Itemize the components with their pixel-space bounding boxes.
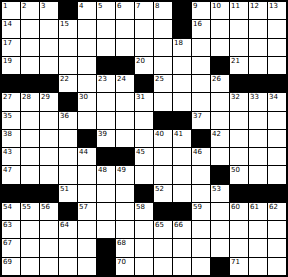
white-cell[interactable]: 36 [59,112,77,129]
black-cell [173,20,191,37]
black-cell [249,185,267,202]
white-cell[interactable] [173,93,191,110]
clue-number: 16 [193,20,202,28]
white-cell[interactable] [116,20,134,37]
clue-number: 56 [41,203,50,211]
black-cell [211,57,229,74]
white-cell[interactable] [97,20,115,37]
white-cell[interactable]: 22 [59,75,77,92]
clue-number: 55 [22,203,31,211]
white-cell[interactable]: 5 [97,2,115,19]
clue-number: 14 [3,20,12,28]
white-cell[interactable] [21,148,39,165]
clue-number: 39 [98,130,107,138]
white-cell[interactable]: 46 [192,148,210,165]
white-cell[interactable] [135,112,153,129]
white-cell[interactable] [135,239,153,256]
white-cell[interactable] [230,39,248,56]
white-cell[interactable] [249,57,267,74]
black-cell [154,112,172,129]
clue-number: 46 [193,148,202,156]
white-cell[interactable]: 49 [116,166,134,183]
white-cell[interactable] [268,57,286,74]
clue-number: 67 [3,239,12,247]
white-cell[interactable] [211,112,229,129]
white-cell[interactable] [59,57,77,74]
white-cell[interactable] [230,112,248,129]
white-cell[interactable] [21,130,39,147]
clue-number: 29 [41,93,50,101]
white-cell[interactable] [154,148,172,165]
white-cell[interactable]: 35 [2,112,20,129]
clue-number: 34 [269,93,278,101]
white-cell[interactable] [59,148,77,165]
white-cell[interactable] [40,166,58,183]
white-cell[interactable] [40,258,58,275]
white-cell[interactable] [249,112,267,129]
crossword-grid: 1234567891011121314151617181920212223242… [0,0,288,277]
white-cell[interactable] [249,39,267,56]
white-cell[interactable] [211,239,229,256]
white-cell[interactable] [173,258,191,275]
white-cell[interactable] [135,258,153,275]
white-cell[interactable]: 70 [116,258,134,275]
white-cell[interactable]: 65 [154,221,172,238]
clue-number: 63 [3,221,12,229]
white-cell[interactable] [97,39,115,56]
white-cell[interactable]: 55 [21,203,39,220]
white-cell[interactable]: 4 [78,2,96,19]
white-cell[interactable] [154,39,172,56]
clue-number: 44 [79,148,88,156]
white-cell[interactable] [59,239,77,256]
white-cell[interactable] [249,258,267,275]
white-cell[interactable] [21,166,39,183]
white-cell[interactable]: 52 [154,185,172,202]
clue-number: 22 [60,75,69,83]
clue-number: 54 [3,203,12,211]
white-cell[interactable]: 31 [135,93,153,110]
white-cell[interactable]: 50 [230,166,248,183]
clue-number: 12 [250,2,259,10]
black-cell [40,185,58,202]
white-cell[interactable]: 7 [135,2,153,19]
clue-number: 3 [41,2,45,10]
white-cell[interactable] [154,93,172,110]
clue-number: 4 [79,2,83,10]
white-cell[interactable] [97,203,115,220]
white-cell[interactable]: 34 [268,93,286,110]
clue-number: 20 [136,57,145,65]
clue-number: 23 [98,75,107,83]
white-cell[interactable] [249,239,267,256]
white-cell[interactable]: 61 [249,203,267,220]
white-cell[interactable] [116,93,134,110]
clue-number: 27 [3,93,12,101]
white-cell[interactable]: 30 [78,93,96,110]
white-cell[interactable] [192,185,210,202]
white-cell[interactable] [268,166,286,183]
clue-number: 49 [117,166,126,174]
clue-number: 9 [193,2,197,10]
white-cell[interactable]: 53 [211,185,229,202]
black-cell [2,75,20,92]
white-cell[interactable] [59,39,77,56]
white-cell[interactable] [116,203,134,220]
clue-number: 8 [155,2,159,10]
black-cell [116,148,134,165]
white-cell[interactable] [268,239,286,256]
white-cell[interactable]: 13 [268,2,286,19]
clue-number: 11 [231,2,240,10]
white-cell[interactable] [192,166,210,183]
black-cell [211,258,229,275]
white-cell[interactable] [192,39,210,56]
white-cell[interactable] [230,20,248,37]
white-cell[interactable] [211,221,229,238]
white-cell[interactable]: 19 [2,57,20,74]
white-cell[interactable] [211,203,229,220]
clue-number: 25 [155,75,164,83]
clue-number: 1 [3,2,7,10]
black-cell [211,166,229,183]
white-cell[interactable] [21,258,39,275]
clue-number: 15 [60,20,69,28]
white-cell[interactable]: 45 [135,148,153,165]
black-cell [59,203,77,220]
clue-number: 43 [3,148,12,156]
white-cell[interactable] [59,166,77,183]
white-cell[interactable] [40,221,58,238]
clue-number: 48 [98,166,107,174]
white-cell[interactable] [211,148,229,165]
white-cell[interactable] [230,221,248,238]
black-cell [230,75,248,92]
white-cell[interactable]: 33 [249,93,267,110]
clue-number: 31 [136,93,145,101]
white-cell[interactable]: 68 [116,239,134,256]
white-cell[interactable]: 69 [2,258,20,275]
white-cell[interactable]: 62 [268,203,286,220]
white-cell[interactable] [135,130,153,147]
white-cell[interactable]: 39 [97,130,115,147]
white-cell[interactable] [78,20,96,37]
white-cell[interactable]: 3 [40,2,58,19]
white-cell[interactable] [192,75,210,92]
white-cell[interactable]: 26 [211,75,229,92]
clue-number: 21 [231,57,240,65]
clue-number: 36 [60,112,69,120]
clue-number: 62 [269,203,278,211]
white-cell[interactable] [268,112,286,129]
white-cell[interactable]: 28 [21,93,39,110]
white-cell[interactable]: 20 [135,57,153,74]
white-cell[interactable] [78,39,96,56]
white-cell[interactable] [40,39,58,56]
white-cell[interactable]: 60 [230,203,248,220]
clue-number: 17 [3,39,12,47]
white-cell[interactable] [230,148,248,165]
white-cell[interactable]: 63 [2,221,20,238]
white-cell[interactable]: 47 [2,166,20,183]
black-cell [40,75,58,92]
white-cell[interactable]: 54 [2,203,20,220]
white-cell[interactable] [135,39,153,56]
black-cell [59,93,77,110]
white-cell[interactable] [78,185,96,202]
white-cell[interactable] [192,258,210,275]
white-cell[interactable] [116,221,134,238]
white-cell[interactable] [173,148,191,165]
white-cell[interactable] [135,221,153,238]
white-cell[interactable] [249,130,267,147]
white-cell[interactable]: 21 [230,57,248,74]
black-cell [97,148,115,165]
white-cell[interactable] [21,20,39,37]
white-cell[interactable] [173,185,191,202]
white-cell[interactable] [230,239,248,256]
white-cell[interactable]: 9 [192,2,210,19]
black-cell [97,258,115,275]
white-cell[interactable] [40,148,58,165]
white-cell[interactable]: 40 [154,130,172,147]
black-cell [268,185,286,202]
white-cell[interactable]: 37 [192,112,210,129]
clue-number: 40 [155,130,164,138]
black-cell [59,2,77,19]
black-cell [97,239,115,256]
white-cell[interactable] [211,93,229,110]
white-cell[interactable] [154,57,172,74]
white-cell[interactable]: 6 [116,2,134,19]
clue-number: 10 [212,2,221,10]
white-cell[interactable] [78,166,96,183]
clue-number: 6 [117,2,121,10]
white-cell[interactable]: 17 [2,39,20,56]
white-cell[interactable] [78,258,96,275]
white-cell[interactable]: 2 [21,2,39,19]
clue-number: 5 [98,2,102,10]
white-cell[interactable] [21,221,39,238]
white-cell[interactable]: 16 [192,20,210,37]
white-cell[interactable] [135,20,153,37]
black-cell [135,185,153,202]
white-cell[interactable] [268,130,286,147]
black-cell [21,75,39,92]
clue-number: 7 [136,2,140,10]
white-cell[interactable]: 42 [211,130,229,147]
black-cell [192,130,210,147]
white-cell[interactable]: 32 [230,93,248,110]
white-cell[interactable] [116,112,134,129]
clue-number: 69 [3,258,12,266]
white-cell[interactable] [211,39,229,56]
white-cell[interactable]: 51 [59,185,77,202]
clue-number: 13 [269,2,278,10]
white-cell[interactable] [154,166,172,183]
white-cell[interactable] [173,239,191,256]
white-cell[interactable] [116,39,134,56]
white-cell[interactable] [230,130,248,147]
clue-number: 71 [231,258,240,266]
black-cell [154,203,172,220]
white-cell[interactable]: 66 [173,221,191,238]
white-cell[interactable]: 10 [211,2,229,19]
white-cell[interactable] [59,130,77,147]
clue-number: 28 [22,93,31,101]
clue-number: 59 [193,203,202,211]
clue-number: 41 [174,130,183,138]
white-cell[interactable] [97,221,115,238]
white-cell[interactable]: 58 [135,203,153,220]
white-cell[interactable]: 71 [230,258,248,275]
white-cell[interactable] [97,112,115,129]
white-cell[interactable] [211,20,229,37]
white-cell[interactable] [268,20,286,37]
black-cell [116,57,134,74]
white-cell[interactable] [173,166,191,183]
white-cell[interactable]: 56 [40,203,58,220]
clue-number: 52 [155,185,164,193]
black-cell [249,75,267,92]
white-cell[interactable]: 48 [97,166,115,183]
clue-number: 60 [231,203,240,211]
black-cell [78,130,96,147]
white-cell[interactable] [97,93,115,110]
white-cell[interactable] [40,239,58,256]
white-cell[interactable] [249,166,267,183]
white-cell[interactable] [40,112,58,129]
white-cell[interactable] [249,221,267,238]
black-cell [230,185,248,202]
white-cell[interactable] [59,258,77,275]
clue-number: 66 [174,221,183,229]
white-cell[interactable] [21,57,39,74]
white-cell[interactable]: 15 [59,20,77,37]
white-cell[interactable]: 8 [154,2,172,19]
clue-number: 61 [250,203,259,211]
white-cell[interactable]: 1 [2,2,20,19]
white-cell[interactable] [154,20,172,37]
white-cell[interactable] [154,258,172,275]
white-cell[interactable]: 18 [173,39,191,56]
white-cell[interactable] [78,57,96,74]
white-cell[interactable]: 41 [173,130,191,147]
white-cell[interactable] [78,112,96,129]
clue-number: 57 [79,203,88,211]
white-cell[interactable]: 43 [2,148,20,165]
white-cell[interactable]: 44 [78,148,96,165]
white-cell[interactable] [40,20,58,37]
clue-number: 51 [60,185,69,193]
white-cell[interactable]: 25 [154,75,172,92]
white-cell[interactable] [249,20,267,37]
clue-number: 33 [250,93,259,101]
clue-number: 68 [117,239,126,247]
clue-number: 65 [155,221,164,229]
white-cell[interactable] [78,239,96,256]
clue-number: 2 [22,2,26,10]
white-cell[interactable] [192,57,210,74]
white-cell[interactable]: 14 [2,20,20,37]
white-cell[interactable] [192,239,210,256]
white-cell[interactable] [21,112,39,129]
white-cell[interactable] [97,185,115,202]
clue-number: 42 [212,130,221,138]
white-cell[interactable]: 12 [249,2,267,19]
clue-number: 19 [3,57,12,65]
clue-number: 32 [231,93,240,101]
clue-number: 35 [3,112,12,120]
white-cell[interactable]: 64 [59,221,77,238]
black-cell [173,203,191,220]
clue-number: 70 [117,258,126,266]
white-cell[interactable] [268,258,286,275]
white-cell[interactable] [268,39,286,56]
clue-number: 30 [79,93,88,101]
white-cell[interactable] [40,130,58,147]
white-cell[interactable] [116,130,134,147]
white-cell[interactable] [173,75,191,92]
white-cell[interactable] [116,185,134,202]
clue-number: 53 [212,185,221,193]
clue-number: 26 [212,75,221,83]
black-cell [268,75,286,92]
clue-number: 58 [136,203,145,211]
white-cell[interactable]: 59 [192,203,210,220]
white-cell[interactable] [268,221,286,238]
white-cell[interactable]: 11 [230,2,248,19]
white-cell[interactable] [78,221,96,238]
white-cell[interactable] [192,93,210,110]
white-cell[interactable]: 29 [40,93,58,110]
white-cell[interactable]: 23 [97,75,115,92]
white-cell[interactable]: 27 [2,93,20,110]
white-cell[interactable] [192,221,210,238]
clue-number: 45 [136,148,145,156]
clue-number: 38 [3,130,12,138]
white-cell[interactable] [21,39,39,56]
white-cell[interactable]: 24 [116,75,134,92]
black-cell [97,57,115,74]
white-cell[interactable] [154,239,172,256]
white-cell[interactable] [21,239,39,256]
white-cell[interactable] [135,166,153,183]
white-cell[interactable]: 67 [2,239,20,256]
white-cell[interactable]: 57 [78,203,96,220]
white-cell[interactable] [268,148,286,165]
black-cell [173,112,191,129]
clue-number: 64 [60,221,69,229]
white-cell[interactable] [40,57,58,74]
clue-number: 37 [193,112,202,120]
clue-number: 50 [231,166,240,174]
clue-number: 47 [3,166,12,174]
white-cell[interactable] [78,75,96,92]
white-cell[interactable] [173,57,191,74]
black-cell [135,75,153,92]
white-cell[interactable]: 38 [2,130,20,147]
black-cell [21,185,39,202]
black-cell [2,185,20,202]
white-cell[interactable] [249,148,267,165]
black-cell [173,2,191,19]
clue-number: 18 [174,39,183,47]
clue-number: 24 [117,75,126,83]
